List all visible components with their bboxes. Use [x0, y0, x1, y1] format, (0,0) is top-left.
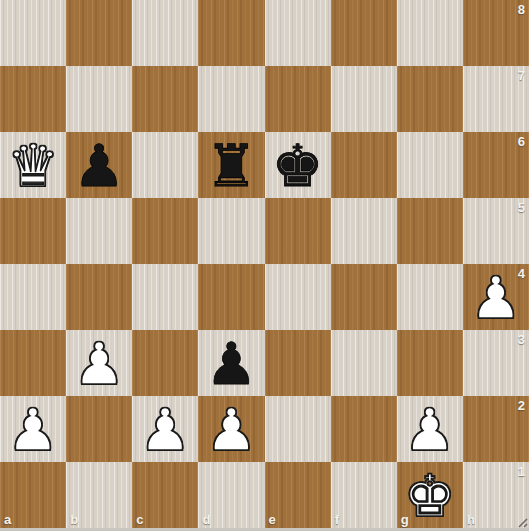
square-c8[interactable] — [132, 0, 198, 66]
square-e2[interactable] — [265, 396, 331, 462]
square-g6[interactable] — [397, 132, 463, 198]
white-pawn[interactable]: ♟ — [404, 401, 456, 459]
rank-label-3: 3 — [518, 333, 525, 346]
file-label-g: g — [401, 513, 409, 526]
square-f7[interactable] — [331, 66, 397, 132]
square-f6[interactable] — [331, 132, 397, 198]
white-pawn[interactable]: ♟ — [7, 401, 59, 459]
rank-label-4: 4 — [518, 267, 525, 280]
square-b3[interactable]: ♟ — [66, 330, 132, 396]
square-b7[interactable] — [66, 66, 132, 132]
square-c4[interactable] — [132, 264, 198, 330]
rank-label-5: 5 — [518, 201, 525, 214]
white-pawn[interactable]: ♟ — [470, 269, 522, 327]
black-pawn[interactable]: ♟ — [205, 335, 257, 393]
square-d2[interactable]: ♟ — [198, 396, 264, 462]
square-c2[interactable]: ♟ — [132, 396, 198, 462]
square-d3[interactable]: ♟ — [198, 330, 264, 396]
black-rook[interactable]: ♜ — [205, 137, 257, 195]
white-pawn[interactable]: ♟ — [139, 401, 191, 459]
file-label-e: e — [269, 513, 276, 526]
square-b4[interactable] — [66, 264, 132, 330]
square-g4[interactable] — [397, 264, 463, 330]
rank-label-6: 6 — [518, 135, 525, 148]
square-e8[interactable] — [265, 0, 331, 66]
rank-label-1: 1 — [518, 465, 525, 478]
resize-grip-icon[interactable] — [515, 514, 528, 527]
square-d5[interactable] — [198, 198, 264, 264]
white-pawn[interactable]: ♟ — [73, 335, 125, 393]
square-g8[interactable] — [397, 0, 463, 66]
file-label-h: h — [467, 513, 475, 526]
black-king[interactable]: ♚ — [272, 137, 324, 195]
square-b6[interactable]: ♟ — [66, 132, 132, 198]
square-g5[interactable] — [397, 198, 463, 264]
square-e3[interactable] — [265, 330, 331, 396]
square-c7[interactable] — [132, 66, 198, 132]
chess-board: 87♛♟♜♚65♟4♟♟3♟♟♟♟2abcdef♚g1h — [0, 0, 529, 528]
file-label-a: a — [4, 513, 11, 526]
square-a2[interactable]: ♟ — [0, 396, 66, 462]
square-b8[interactable] — [66, 0, 132, 66]
square-g3[interactable] — [397, 330, 463, 396]
square-a5[interactable] — [0, 198, 66, 264]
square-b5[interactable] — [66, 198, 132, 264]
rank-label-8: 8 — [518, 3, 525, 16]
rank-label-7: 7 — [518, 69, 525, 82]
square-h2[interactable]: 2 — [463, 396, 529, 462]
rank-label-2: 2 — [518, 399, 525, 412]
square-c3[interactable] — [132, 330, 198, 396]
square-d6[interactable]: ♜ — [198, 132, 264, 198]
square-e1[interactable]: e — [265, 462, 331, 528]
square-h8[interactable]: 8 — [463, 0, 529, 66]
file-label-b: b — [70, 513, 78, 526]
square-a7[interactable] — [0, 66, 66, 132]
square-e5[interactable] — [265, 198, 331, 264]
square-h3[interactable]: 3 — [463, 330, 529, 396]
square-h7[interactable]: 7 — [463, 66, 529, 132]
square-g7[interactable] — [397, 66, 463, 132]
white-king[interactable]: ♚ — [404, 467, 456, 525]
square-h5[interactable]: 5 — [463, 198, 529, 264]
square-e4[interactable] — [265, 264, 331, 330]
square-a8[interactable] — [0, 0, 66, 66]
square-f4[interactable] — [331, 264, 397, 330]
square-g2[interactable]: ♟ — [397, 396, 463, 462]
square-h6[interactable]: 6 — [463, 132, 529, 198]
file-label-f: f — [335, 513, 339, 526]
square-e6[interactable]: ♚ — [265, 132, 331, 198]
square-a3[interactable] — [0, 330, 66, 396]
white-queen[interactable]: ♛ — [7, 137, 59, 195]
white-pawn[interactable]: ♟ — [205, 401, 257, 459]
square-f3[interactable] — [331, 330, 397, 396]
square-d7[interactable] — [198, 66, 264, 132]
square-d1[interactable]: d — [198, 462, 264, 528]
square-e7[interactable] — [265, 66, 331, 132]
square-a4[interactable] — [0, 264, 66, 330]
square-d4[interactable] — [198, 264, 264, 330]
file-label-c: c — [136, 513, 143, 526]
file-label-d: d — [202, 513, 210, 526]
square-d8[interactable] — [198, 0, 264, 66]
square-a1[interactable]: a — [0, 462, 66, 528]
square-f2[interactable] — [331, 396, 397, 462]
square-c5[interactable] — [132, 198, 198, 264]
square-b2[interactable] — [66, 396, 132, 462]
square-f1[interactable]: f — [331, 462, 397, 528]
square-f5[interactable] — [331, 198, 397, 264]
black-pawn[interactable]: ♟ — [73, 137, 125, 195]
square-b1[interactable]: b — [66, 462, 132, 528]
square-g1[interactable]: ♚g — [397, 462, 463, 528]
square-f8[interactable] — [331, 0, 397, 66]
square-c6[interactable] — [132, 132, 198, 198]
square-c1[interactable]: c — [132, 462, 198, 528]
square-a6[interactable]: ♛ — [0, 132, 66, 198]
square-h4[interactable]: ♟4 — [463, 264, 529, 330]
